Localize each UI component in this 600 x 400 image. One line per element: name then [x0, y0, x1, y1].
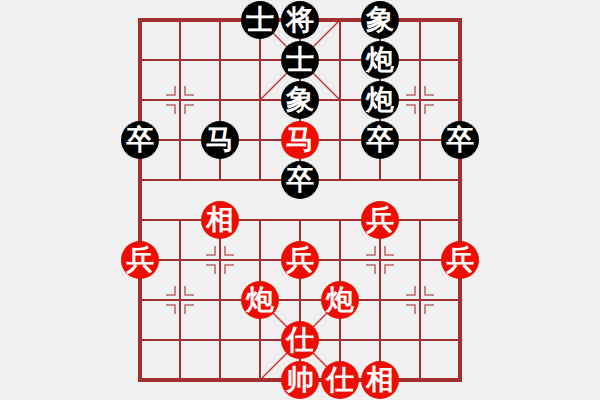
piece-black-general[interactable]: 将 — [281, 1, 319, 39]
piece-black-soldier[interactable]: 卒 — [441, 121, 479, 159]
piece-red-elephant[interactable]: 相 — [201, 201, 239, 239]
piece-red-general[interactable]: 帅 — [281, 361, 319, 399]
piece-black-elephant[interactable]: 象 — [361, 1, 399, 39]
piece-red-soldier[interactable]: 兵 — [441, 241, 479, 279]
piece-black-soldier[interactable]: 卒 — [361, 121, 399, 159]
piece-black-soldier[interactable]: 卒 — [121, 121, 159, 159]
piece-red-soldier[interactable]: 兵 — [361, 201, 399, 239]
piece-red-soldier[interactable]: 兵 — [121, 241, 159, 279]
piece-layer: 士将象士炮象炮卒马马卒卒卒相兵兵兵兵炮炮仕帅仕相 — [120, 0, 480, 400]
piece-black-advisor[interactable]: 士 — [241, 1, 279, 39]
piece-red-elephant[interactable]: 相 — [361, 361, 399, 399]
piece-red-soldier[interactable]: 兵 — [281, 241, 319, 279]
piece-red-advisor[interactable]: 仕 — [321, 361, 359, 399]
piece-black-soldier[interactable]: 卒 — [281, 161, 319, 199]
piece-red-horse[interactable]: 马 — [281, 121, 319, 159]
xiangqi-board-area: 士将象士炮象炮卒马马卒卒卒相兵兵兵兵炮炮仕帅仕相 — [0, 0, 600, 400]
piece-red-advisor[interactable]: 仕 — [281, 321, 319, 359]
piece-red-cannon[interactable]: 炮 — [321, 281, 359, 319]
piece-black-horse[interactable]: 马 — [201, 121, 239, 159]
piece-black-cannon[interactable]: 炮 — [361, 41, 399, 79]
piece-black-cannon[interactable]: 炮 — [361, 81, 399, 119]
piece-black-advisor[interactable]: 士 — [281, 41, 319, 79]
piece-red-cannon[interactable]: 炮 — [241, 281, 279, 319]
piece-black-elephant[interactable]: 象 — [281, 81, 319, 119]
